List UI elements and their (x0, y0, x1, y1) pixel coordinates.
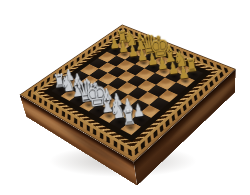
piece-black-pawn: ♟ (173, 65, 196, 83)
square-h1: ♜ (120, 121, 141, 136)
square-f6 (146, 73, 165, 85)
piece-white-rook: ♜ (116, 107, 141, 130)
chess-set-photo: ♜♞♝♛♚♝♞♜♟♟♟♟♟♟♟♟♟♟♟♟♟♟♟♟♜♞♝♛♚♝♞♜ (0, 0, 250, 195)
